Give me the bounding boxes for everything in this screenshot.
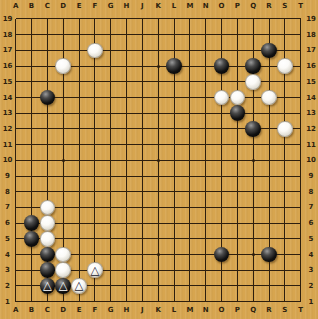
intersection-F13[interactable] [87,105,103,121]
intersection-C8[interactable] [39,184,55,200]
intersection-M4[interactable] [182,247,198,263]
intersection-N15[interactable] [198,74,214,90]
intersection-F14[interactable] [87,90,103,106]
intersection-D15[interactable] [55,74,71,90]
intersection-D6[interactable] [55,215,71,231]
intersection-R15[interactable] [261,74,277,90]
intersection-Q9[interactable] [245,168,261,184]
intersection-N17[interactable] [198,43,214,59]
intersection-C10[interactable] [39,152,55,168]
intersection-K17[interactable] [150,43,166,59]
stone-black-B5[interactable] [24,231,40,247]
intersection-D9[interactable] [55,168,71,184]
intersection-Q2[interactable] [245,278,261,294]
intersection-A4[interactable] [8,247,24,263]
intersection-C19[interactable] [39,11,55,27]
intersection-J7[interactable] [134,200,150,216]
stone-white-E2[interactable]: △ [71,278,87,294]
intersection-H17[interactable] [119,43,135,59]
intersection-B6[interactable] [24,215,40,231]
intersection-R19[interactable] [261,11,277,27]
intersection-R8[interactable] [261,184,277,200]
intersection-J13[interactable] [134,105,150,121]
intersection-R5[interactable] [261,231,277,247]
intersection-G9[interactable] [103,168,119,184]
intersection-L6[interactable] [166,215,182,231]
intersection-J16[interactable] [134,58,150,74]
intersection-O5[interactable] [214,231,230,247]
stone-white-C6[interactable] [40,215,56,231]
intersection-P11[interactable] [229,137,245,153]
intersection-J10[interactable] [134,152,150,168]
intersection-C5[interactable] [39,231,55,247]
intersection-L17[interactable] [166,43,182,59]
intersection-P5[interactable] [229,231,245,247]
intersection-J12[interactable] [134,121,150,137]
intersection-K16[interactable] [150,58,166,74]
intersection-E2[interactable]: △ [71,278,87,294]
intersection-A3[interactable] [8,262,24,278]
intersection-P10[interactable] [229,152,245,168]
intersection-Q14[interactable] [245,90,261,106]
intersection-G19[interactable] [103,11,119,27]
intersection-N11[interactable] [198,137,214,153]
stone-black-L16[interactable] [166,58,182,74]
stone-white-F3[interactable]: △ [87,262,103,278]
intersection-H10[interactable] [119,152,135,168]
intersection-N8[interactable] [198,184,214,200]
intersection-G8[interactable] [103,184,119,200]
stone-white-D16[interactable] [55,58,71,74]
intersection-L7[interactable] [166,200,182,216]
intersection-R4[interactable] [261,247,277,263]
intersection-O19[interactable] [214,11,230,27]
intersection-O15[interactable] [214,74,230,90]
intersection-L5[interactable] [166,231,182,247]
intersection-F16[interactable] [87,58,103,74]
intersection-G16[interactable] [103,58,119,74]
intersection-D4[interactable] [55,247,71,263]
intersection-P7[interactable] [229,200,245,216]
intersection-N7[interactable] [198,200,214,216]
intersection-B11[interactable] [24,137,40,153]
intersection-C4[interactable] [39,247,55,263]
intersection-Q17[interactable] [245,43,261,59]
intersection-O10[interactable] [214,152,230,168]
intersection-Q12[interactable] [245,121,261,137]
intersection-D3[interactable] [55,262,71,278]
stone-black-Q12[interactable] [245,121,261,137]
intersection-M9[interactable] [182,168,198,184]
stone-white-C5[interactable] [40,231,56,247]
intersection-F12[interactable] [87,121,103,137]
intersection-Q5[interactable] [245,231,261,247]
intersection-H6[interactable] [119,215,135,231]
intersection-D16[interactable] [55,58,71,74]
intersection-B10[interactable] [24,152,40,168]
intersection-C15[interactable] [39,74,55,90]
board-grid[interactable]: △△△△ [8,11,309,309]
intersection-E19[interactable] [71,11,87,27]
intersection-H7[interactable] [119,200,135,216]
intersection-B8[interactable] [24,184,40,200]
intersection-K6[interactable] [150,215,166,231]
intersection-A8[interactable] [8,184,24,200]
intersection-M11[interactable] [182,137,198,153]
intersection-M14[interactable] [182,90,198,106]
intersection-K3[interactable] [150,262,166,278]
intersection-P14[interactable] [229,90,245,106]
intersection-G18[interactable] [103,27,119,43]
intersection-H5[interactable] [119,231,135,247]
intersection-P2[interactable] [229,278,245,294]
intersection-H11[interactable] [119,137,135,153]
intersection-K11[interactable] [150,137,166,153]
intersection-O2[interactable] [214,278,230,294]
intersection-O7[interactable] [214,200,230,216]
intersection-T9[interactable] [293,168,309,184]
intersection-P15[interactable] [229,74,245,90]
intersection-R7[interactable] [261,200,277,216]
intersection-S15[interactable] [277,74,293,90]
intersection-E9[interactable] [71,168,87,184]
intersection-Q10[interactable] [245,152,261,168]
intersection-G13[interactable] [103,105,119,121]
intersection-H9[interactable] [119,168,135,184]
intersection-Q3[interactable] [245,262,261,278]
intersection-E18[interactable] [71,27,87,43]
intersection-L15[interactable] [166,74,182,90]
intersection-A2[interactable] [8,278,24,294]
intersection-S2[interactable] [277,278,293,294]
intersection-J19[interactable] [134,11,150,27]
intersection-D7[interactable] [55,200,71,216]
intersection-P12[interactable] [229,121,245,137]
stone-white-S16[interactable] [277,58,293,74]
intersection-J15[interactable] [134,74,150,90]
intersection-B2[interactable] [24,278,40,294]
stone-white-C7[interactable] [40,200,56,216]
intersection-H18[interactable] [119,27,135,43]
intersection-M2[interactable] [182,278,198,294]
intersection-J8[interactable] [134,184,150,200]
stone-black-O16[interactable] [214,58,230,74]
intersection-S12[interactable] [277,121,293,137]
intersection-C6[interactable] [39,215,55,231]
stone-black-R4[interactable] [261,247,277,263]
intersection-M3[interactable] [182,262,198,278]
intersection-L16[interactable] [166,58,182,74]
intersection-F3[interactable]: △ [87,262,103,278]
intersection-L19[interactable] [166,11,182,27]
intersection-P4[interactable] [229,247,245,263]
intersection-K19[interactable] [150,11,166,27]
intersection-G3[interactable] [103,262,119,278]
intersection-B13[interactable] [24,105,40,121]
intersection-L12[interactable] [166,121,182,137]
stone-black-Q16[interactable] [245,58,261,74]
intersection-M13[interactable] [182,105,198,121]
intersection-T4[interactable] [293,247,309,263]
intersection-F10[interactable] [87,152,103,168]
intersection-M6[interactable] [182,215,198,231]
intersection-M8[interactable] [182,184,198,200]
intersection-C14[interactable] [39,90,55,106]
intersection-D17[interactable] [55,43,71,59]
intersection-L8[interactable] [166,184,182,200]
intersection-T7[interactable] [293,200,309,216]
intersection-T6[interactable] [293,215,309,231]
stone-white-R14[interactable] [261,90,277,106]
stone-black-C14[interactable] [40,90,56,106]
intersection-S8[interactable] [277,184,293,200]
intersection-A9[interactable] [8,168,24,184]
intersection-P8[interactable] [229,184,245,200]
intersection-Q8[interactable] [245,184,261,200]
intersection-L4[interactable] [166,247,182,263]
intersection-E4[interactable] [71,247,87,263]
intersection-E10[interactable] [71,152,87,168]
intersection-G17[interactable] [103,43,119,59]
intersection-G11[interactable] [103,137,119,153]
intersection-S13[interactable] [277,105,293,121]
intersection-L10[interactable] [166,152,182,168]
intersection-M16[interactable] [182,58,198,74]
intersection-R11[interactable] [261,137,277,153]
intersection-K15[interactable] [150,74,166,90]
intersection-J6[interactable] [134,215,150,231]
intersection-E7[interactable] [71,200,87,216]
intersection-E6[interactable] [71,215,87,231]
intersection-E3[interactable] [71,262,87,278]
intersection-N4[interactable] [198,247,214,263]
intersection-E8[interactable] [71,184,87,200]
intersection-C9[interactable] [39,168,55,184]
intersection-O3[interactable] [214,262,230,278]
intersection-Q4[interactable] [245,247,261,263]
intersection-N19[interactable] [198,11,214,27]
intersection-G14[interactable] [103,90,119,106]
intersection-J4[interactable] [134,247,150,263]
stone-black-D2[interactable]: △ [55,278,71,294]
intersection-Q6[interactable] [245,215,261,231]
intersection-G2[interactable] [103,278,119,294]
intersection-P13[interactable] [229,105,245,121]
intersection-F7[interactable] [87,200,103,216]
intersection-R16[interactable] [261,58,277,74]
intersection-K14[interactable] [150,90,166,106]
intersection-K9[interactable] [150,168,166,184]
intersection-R18[interactable] [261,27,277,43]
intersection-H2[interactable] [119,278,135,294]
intersection-G7[interactable] [103,200,119,216]
stone-black-C3[interactable] [40,262,56,278]
intersection-T8[interactable] [293,184,309,200]
stone-black-P13[interactable] [230,105,246,121]
intersection-N14[interactable] [198,90,214,106]
intersection-H3[interactable] [119,262,135,278]
intersection-D5[interactable] [55,231,71,247]
intersection-H8[interactable] [119,184,135,200]
stone-white-D4[interactable] [55,247,71,263]
intersection-O18[interactable] [214,27,230,43]
intersection-H14[interactable] [119,90,135,106]
intersection-S3[interactable] [277,262,293,278]
stone-white-Q15[interactable] [245,74,261,90]
intersection-J5[interactable] [134,231,150,247]
intersection-C17[interactable] [39,43,55,59]
intersection-S4[interactable] [277,247,293,263]
intersection-L3[interactable] [166,262,182,278]
intersection-L2[interactable] [166,278,182,294]
intersection-O6[interactable] [214,215,230,231]
intersection-F19[interactable] [87,11,103,27]
intersection-F8[interactable] [87,184,103,200]
intersection-S10[interactable] [277,152,293,168]
intersection-N3[interactable] [198,262,214,278]
intersection-D19[interactable] [55,11,71,27]
intersection-K2[interactable] [150,278,166,294]
intersection-M18[interactable] [182,27,198,43]
intersection-Q11[interactable] [245,137,261,153]
stone-black-C4[interactable] [40,247,56,263]
intersection-H13[interactable] [119,105,135,121]
stone-black-R17[interactable] [261,43,277,59]
intersection-D8[interactable] [55,184,71,200]
intersection-E11[interactable] [71,137,87,153]
intersection-H16[interactable] [119,58,135,74]
intersection-L13[interactable] [166,105,182,121]
intersection-B15[interactable] [24,74,40,90]
intersection-B7[interactable] [24,200,40,216]
intersection-Q19[interactable] [245,11,261,27]
intersection-S14[interactable] [277,90,293,106]
intersection-D10[interactable] [55,152,71,168]
intersection-B5[interactable] [24,231,40,247]
intersection-P18[interactable] [229,27,245,43]
intersection-D18[interactable] [55,27,71,43]
intersection-C3[interactable] [39,262,55,278]
intersection-M17[interactable] [182,43,198,59]
intersection-F4[interactable] [87,247,103,263]
intersection-S9[interactable] [277,168,293,184]
intersection-M5[interactable] [182,231,198,247]
intersection-K18[interactable] [150,27,166,43]
intersection-N9[interactable] [198,168,214,184]
intersection-J9[interactable] [134,168,150,184]
intersection-K10[interactable] [150,152,166,168]
intersection-P9[interactable] [229,168,245,184]
intersection-F5[interactable] [87,231,103,247]
intersection-K12[interactable] [150,121,166,137]
intersection-C13[interactable] [39,105,55,121]
intersection-N16[interactable] [198,58,214,74]
intersection-J3[interactable] [134,262,150,278]
intersection-N2[interactable] [198,278,214,294]
intersection-D14[interactable] [55,90,71,106]
intersection-R9[interactable] [261,168,277,184]
intersection-D13[interactable] [55,105,71,121]
intersection-N13[interactable] [198,105,214,121]
intersection-E15[interactable] [71,74,87,90]
intersection-G4[interactable] [103,247,119,263]
intersection-F18[interactable] [87,27,103,43]
intersection-R2[interactable] [261,278,277,294]
intersection-K4[interactable] [150,247,166,263]
intersection-Q18[interactable] [245,27,261,43]
intersection-R17[interactable] [261,43,277,59]
intersection-K5[interactable] [150,231,166,247]
intersection-R10[interactable] [261,152,277,168]
intersection-H19[interactable] [119,11,135,27]
intersection-B16[interactable] [24,58,40,74]
stone-black-O4[interactable] [214,247,230,263]
intersection-L18[interactable] [166,27,182,43]
intersection-O13[interactable] [214,105,230,121]
stone-white-P14[interactable] [230,90,246,106]
intersection-O17[interactable] [214,43,230,59]
intersection-O4[interactable] [214,247,230,263]
intersection-Q13[interactable] [245,105,261,121]
intersection-T2[interactable] [293,278,309,294]
intersection-K7[interactable] [150,200,166,216]
intersection-R12[interactable] [261,121,277,137]
intersection-B14[interactable] [24,90,40,106]
intersection-N12[interactable] [198,121,214,137]
intersection-F9[interactable] [87,168,103,184]
intersection-P16[interactable] [229,58,245,74]
intersection-B9[interactable] [24,168,40,184]
intersection-G6[interactable] [103,215,119,231]
intersection-M19[interactable] [182,11,198,27]
intersection-J14[interactable] [134,90,150,106]
intersection-F2[interactable] [87,278,103,294]
intersection-G10[interactable] [103,152,119,168]
intersection-D12[interactable] [55,121,71,137]
intersection-E14[interactable] [71,90,87,106]
intersection-S19[interactable] [277,11,293,27]
intersection-S5[interactable] [277,231,293,247]
intersection-P3[interactable] [229,262,245,278]
intersection-H4[interactable] [119,247,135,263]
intersection-K8[interactable] [150,184,166,200]
intersection-H15[interactable] [119,74,135,90]
intersection-B4[interactable] [24,247,40,263]
intersection-C18[interactable] [39,27,55,43]
stone-black-C2[interactable]: △ [40,278,56,294]
intersection-S18[interactable] [277,27,293,43]
intersection-J18[interactable] [134,27,150,43]
intersection-C11[interactable] [39,137,55,153]
intersection-C16[interactable] [39,58,55,74]
intersection-G15[interactable] [103,74,119,90]
stone-white-O14[interactable] [214,90,230,106]
intersection-F15[interactable] [87,74,103,90]
stone-white-S12[interactable] [277,121,293,137]
intersection-R6[interactable] [261,215,277,231]
intersection-L14[interactable] [166,90,182,106]
intersection-S6[interactable] [277,215,293,231]
intersection-P19[interactable] [229,11,245,27]
intersection-R13[interactable] [261,105,277,121]
intersection-K13[interactable] [150,105,166,121]
intersection-Q16[interactable] [245,58,261,74]
intersection-J11[interactable] [134,137,150,153]
intersection-R3[interactable] [261,262,277,278]
intersection-E16[interactable] [71,58,87,74]
intersection-P6[interactable] [229,215,245,231]
go-board[interactable]: △△△△ AABBCCDDEEFFGGHHJJKKLLMMNNOOPPQQRRS… [0,0,318,319]
